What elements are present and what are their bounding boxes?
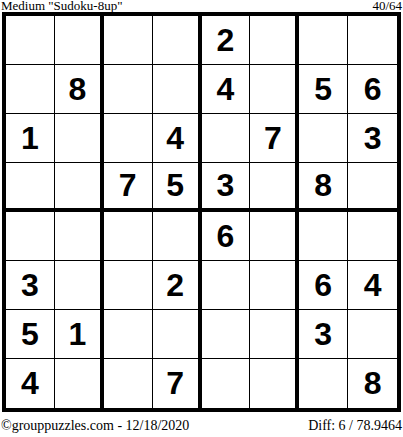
empty-cell-counter: 40/64: [372, 0, 402, 12]
cell-r2c7-given: 5: [299, 65, 348, 114]
cell-r8c4-given: 7: [153, 359, 202, 408]
cell-r1c4-empty[interactable]: [153, 16, 202, 65]
cell-r7c1-given: 5: [6, 310, 55, 359]
cell-r5c1-empty[interactable]: [6, 212, 55, 261]
cell-r5c8-empty[interactable]: [348, 212, 397, 261]
cell-r5c4-empty[interactable]: [153, 212, 202, 261]
cell-r4c2-empty[interactable]: [55, 163, 104, 212]
cell-r7c6-empty[interactable]: [250, 310, 299, 359]
cell-r6c7-given: 6: [299, 261, 348, 310]
cell-r4c3-given: 7: [104, 163, 153, 212]
cell-r8c3-empty[interactable]: [104, 359, 153, 408]
cell-r1c6-empty[interactable]: [250, 16, 299, 65]
cell-r7c2-given: 1: [55, 310, 104, 359]
cell-r6c6-empty[interactable]: [250, 261, 299, 310]
cell-r7c5-empty[interactable]: [202, 310, 251, 359]
cell-r7c8-empty[interactable]: [348, 310, 397, 359]
cell-r6c4-given: 2: [153, 261, 202, 310]
header: Medium "Sudoku-8up" 40/64: [0, 0, 403, 12]
cell-r3c6-given: 7: [250, 114, 299, 163]
footer: ©grouppuzzles.com - 12/18/2020 Diff: 6 /…: [0, 412, 403, 434]
cell-r3c5-empty[interactable]: [202, 114, 251, 163]
cell-r6c8-given: 4: [348, 261, 397, 310]
cell-r5c5-given: 6: [202, 212, 251, 261]
cell-r7c3-empty[interactable]: [104, 310, 153, 359]
cell-r6c5-empty[interactable]: [202, 261, 251, 310]
cell-r4c5-given: 3: [202, 163, 251, 212]
cell-r8c8-given: 8: [348, 359, 397, 408]
cell-r2c6-empty[interactable]: [250, 65, 299, 114]
cell-r3c7-empty[interactable]: [299, 114, 348, 163]
sudoku-page: Medium "Sudoku-8up" 40/64 28456147375386…: [0, 0, 403, 437]
sudoku-board: 284561473753863264513478: [2, 12, 401, 412]
cell-r2c3-empty[interactable]: [104, 65, 153, 114]
cell-r1c1-empty[interactable]: [6, 16, 55, 65]
cell-r4c1-empty[interactable]: [6, 163, 55, 212]
cell-r2c8-given: 6: [348, 65, 397, 114]
puzzle-title: Medium "Sudoku-8up": [1, 0, 122, 12]
cell-r8c7-empty[interactable]: [299, 359, 348, 408]
cell-r1c2-empty[interactable]: [55, 16, 104, 65]
difficulty-text: Diff: 6 / 78.9464: [308, 418, 402, 434]
cell-r7c4-empty[interactable]: [153, 310, 202, 359]
cell-r3c3-empty[interactable]: [104, 114, 153, 163]
cell-r2c5-given: 4: [202, 65, 251, 114]
cell-r1c8-empty[interactable]: [348, 16, 397, 65]
cell-r5c3-empty[interactable]: [104, 212, 153, 261]
cell-r6c1-given: 3: [6, 261, 55, 310]
cell-r1c7-empty[interactable]: [299, 16, 348, 65]
cell-r3c8-given: 3: [348, 114, 397, 163]
cell-r8c2-empty[interactable]: [55, 359, 104, 408]
cell-r3c2-empty[interactable]: [55, 114, 104, 163]
cell-r1c5-given: 2: [202, 16, 251, 65]
cell-r3c1-given: 1: [6, 114, 55, 163]
cell-r6c3-empty[interactable]: [104, 261, 153, 310]
cell-r1c3-empty[interactable]: [104, 16, 153, 65]
cell-r4c8-empty[interactable]: [348, 163, 397, 212]
cell-r4c7-given: 8: [299, 163, 348, 212]
cell-r5c7-empty[interactable]: [299, 212, 348, 261]
cell-r2c4-empty[interactable]: [153, 65, 202, 114]
cell-r8c5-empty[interactable]: [202, 359, 251, 408]
cell-r2c2-given: 8: [55, 65, 104, 114]
cell-r8c1-given: 4: [6, 359, 55, 408]
cell-r3c4-given: 4: [153, 114, 202, 163]
cell-r6c2-empty[interactable]: [55, 261, 104, 310]
cell-r4c6-empty[interactable]: [250, 163, 299, 212]
cell-r8c6-empty[interactable]: [250, 359, 299, 408]
cell-r5c6-empty[interactable]: [250, 212, 299, 261]
cell-r5c2-empty[interactable]: [55, 212, 104, 261]
copyright-text: ©grouppuzzles.com - 12/18/2020: [1, 418, 189, 434]
cell-r7c7-given: 3: [299, 310, 348, 359]
cell-r4c4-given: 5: [153, 163, 202, 212]
cell-r2c1-empty[interactable]: [6, 65, 55, 114]
